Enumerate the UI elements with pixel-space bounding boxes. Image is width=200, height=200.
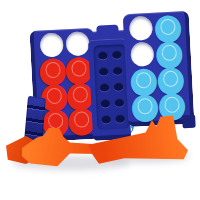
board-top-plateau [96, 24, 118, 34]
peg-hole [99, 83, 109, 92]
connect-four-photo: ●●●●●● ●●●●●● [0, 0, 200, 200]
cell-c2r4[interactable]: ● [69, 107, 93, 132]
peg-hole [115, 114, 125, 123]
board-bottom-tab [182, 115, 196, 129]
peg-hole [113, 82, 123, 91]
board-right-panel: ●●●●●● [123, 11, 195, 127]
peg-hole [101, 115, 111, 124]
cell-c4r4[interactable]: ● [160, 92, 184, 117]
cell-c3r1[interactable] [129, 16, 153, 41]
cell-c3r4[interactable]: ● [133, 94, 157, 119]
peg-hole [98, 51, 108, 60]
peg-hole [98, 67, 108, 76]
peg-hole [112, 50, 122, 59]
peg-hole [100, 99, 110, 108]
peg-hole [112, 66, 122, 75]
right-cell-grid: ●●●●●● [127, 13, 186, 120]
left-cell-grid: ●●●●●● [38, 30, 95, 135]
peg-hole [114, 98, 124, 107]
